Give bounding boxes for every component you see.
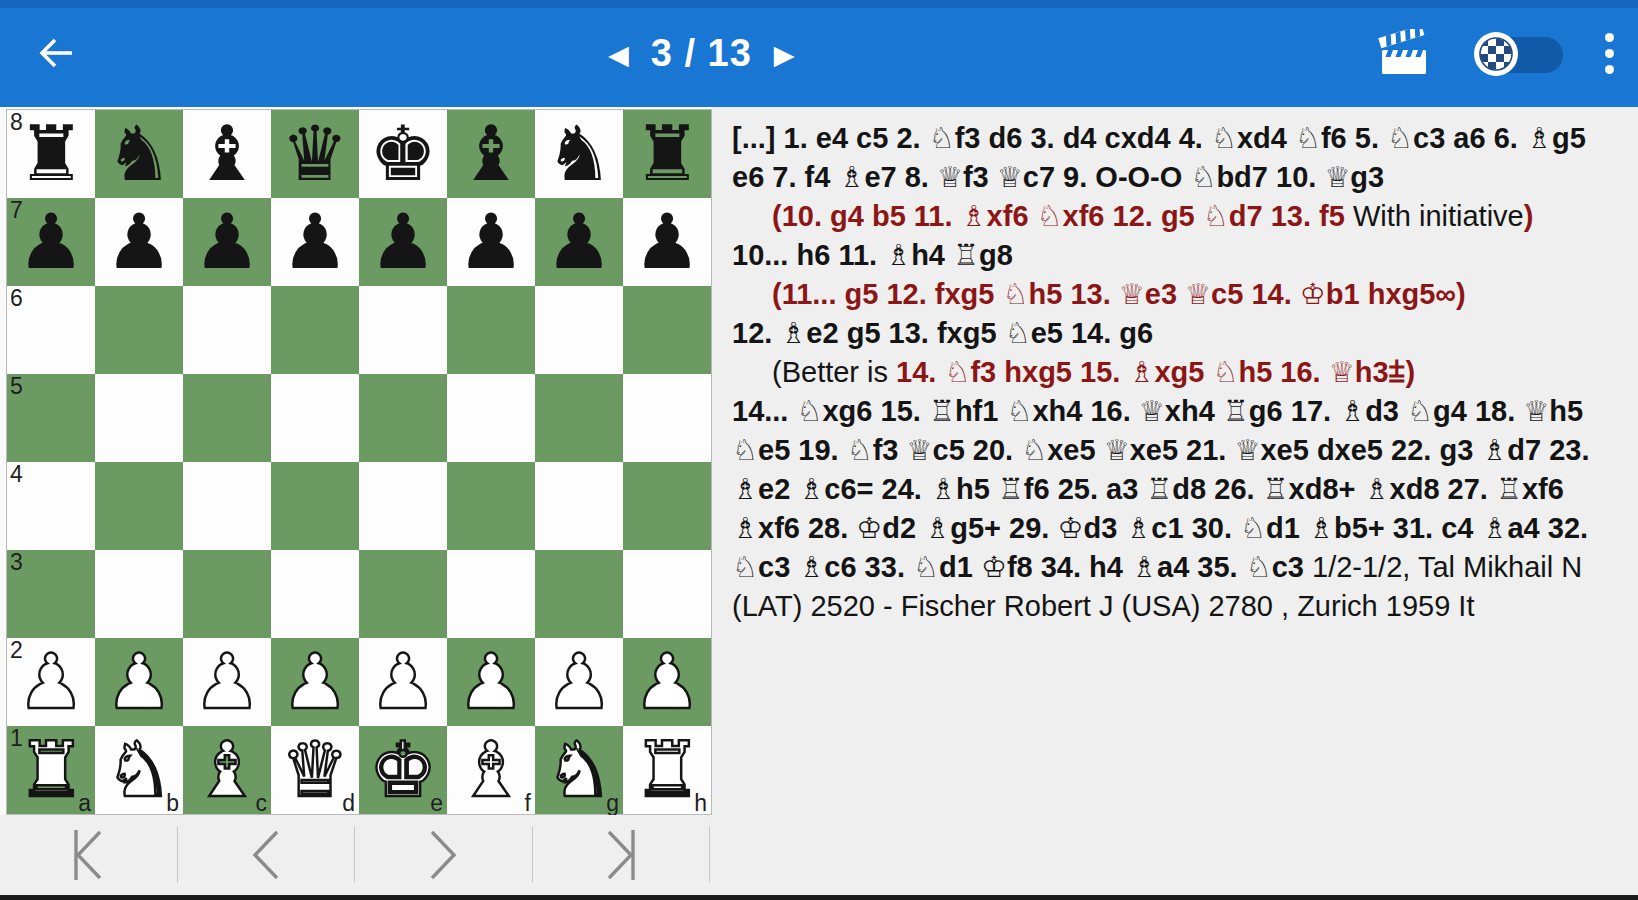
- black-pawn-f7: ♟: [447, 198, 535, 286]
- mainline-paragraph: 14... ♘xg6 15. ♖hf1 ♘xh4 16. ♕xh4 ♖g6 17…: [732, 392, 1622, 626]
- go-last-icon: [594, 827, 648, 883]
- square-g7[interactable]: ♟: [535, 198, 623, 286]
- square-f5[interactable]: [447, 374, 535, 462]
- square-a6[interactable]: 6: [7, 286, 95, 374]
- first-move-button[interactable]: [0, 815, 177, 895]
- square-c1[interactable]: ♝c: [183, 726, 271, 814]
- rank-label-2: 2: [10, 638, 23, 663]
- chess-board: ♜8♞♝♛♚♝♞♜♟7♟♟♟♟♟♟♟6543♟2♟♟♟♟♟♟♟♜1a♞b♝c♛d…: [6, 109, 712, 815]
- notation-segment[interactable]: [...] 1. e4 c5 2. ♘f3 d6 3. d4 cxd4 4. ♘…: [732, 122, 1586, 193]
- variation-paragraph: (10. g4 b5 11. ♗xf6 ♘xf6 12. g5 ♘d7 13. …: [732, 197, 1622, 236]
- position-counter: 3 / 13: [651, 32, 752, 75]
- square-e2[interactable]: ♟: [359, 638, 447, 726]
- black-pawn-g7: ♟: [535, 198, 623, 286]
- square-h4[interactable]: [623, 462, 711, 550]
- white-pawn-c2: ♟: [183, 638, 271, 726]
- black-pawn-b7: ♟: [95, 198, 183, 286]
- notation-segment[interactable]: (Better is: [772, 356, 896, 388]
- rank-label-1: 1: [10, 726, 23, 751]
- move-navigation-bar: [0, 815, 710, 895]
- square-e3[interactable]: [359, 550, 447, 638]
- square-b3[interactable]: [95, 550, 183, 638]
- square-h2[interactable]: ♟: [623, 638, 711, 726]
- rank-label-7: 7: [10, 198, 23, 223]
- file-label-g: g: [606, 791, 619, 816]
- square-b7[interactable]: ♟: [95, 198, 183, 286]
- notation-segment[interactable]: With initiative: [1353, 200, 1524, 232]
- square-h8[interactable]: ♜: [623, 110, 711, 198]
- file-label-f: f: [525, 791, 531, 816]
- notation-segment[interactable]: 10... h6 11. ♗h4 ♖g8: [732, 239, 1013, 271]
- animate-moves-button[interactable]: [1377, 29, 1433, 79]
- square-e5[interactable]: [359, 374, 447, 462]
- square-h7[interactable]: ♟: [623, 198, 711, 286]
- rank-label-5: 5: [10, 374, 23, 399]
- file-label-c: c: [256, 791, 268, 816]
- square-g6[interactable]: [535, 286, 623, 374]
- previous-move-button[interactable]: [178, 815, 355, 895]
- board-view-toggle[interactable]: [1473, 31, 1565, 77]
- pager-next-icon[interactable]: ▶: [774, 39, 795, 68]
- square-e7[interactable]: ♟: [359, 198, 447, 286]
- square-f3[interactable]: [447, 550, 535, 638]
- overflow-menu-button[interactable]: [1605, 33, 1614, 74]
- black-king-e8: ♚: [359, 110, 447, 198]
- square-a7[interactable]: ♟7: [7, 198, 95, 286]
- square-c7[interactable]: ♟: [183, 198, 271, 286]
- black-pawn-c7: ♟: [183, 198, 271, 286]
- go-previous-icon: [244, 827, 288, 883]
- next-move-button[interactable]: [355, 815, 532, 895]
- rank-label-3: 3: [10, 550, 23, 575]
- notation-segment[interactable]: 12. ♗e2 g5 13. fxg5 ♘e5 14. g6: [732, 317, 1153, 349]
- square-h5[interactable]: [623, 374, 711, 462]
- file-label-a: a: [78, 791, 91, 816]
- top-app-bar: ◀ 3 / 13 ▶: [0, 0, 1638, 107]
- rank-label-8: 8: [10, 110, 23, 135]
- square-a3[interactable]: 3: [7, 550, 95, 638]
- position-pager: ◀ 3 / 13 ▶: [608, 0, 795, 107]
- square-c6[interactable]: [183, 286, 271, 374]
- mainline-paragraph: 10... h6 11. ♗h4 ♖g8: [732, 236, 1622, 275]
- variation-paragraph: (Better is 14. ♘f3 hxg5 15. ♗xg5 ♘h5 16.…: [732, 353, 1622, 392]
- square-f7[interactable]: ♟: [447, 198, 535, 286]
- menu-dot: [1605, 49, 1614, 58]
- white-pawn-g2: ♟: [535, 638, 623, 726]
- black-knight-g8: ♞: [535, 110, 623, 198]
- square-f6[interactable]: [447, 286, 535, 374]
- square-d8[interactable]: ♛: [271, 110, 359, 198]
- white-pawn-f2: ♟: [447, 638, 535, 726]
- square-b5[interactable]: [95, 374, 183, 462]
- square-e4[interactable]: [359, 462, 447, 550]
- file-label-h: h: [694, 791, 707, 816]
- square-h3[interactable]: [623, 550, 711, 638]
- black-bishop-c8: ♝: [183, 110, 271, 198]
- file-label-e: e: [430, 791, 443, 816]
- black-knight-b8: ♞: [95, 110, 183, 198]
- square-a8[interactable]: ♜8: [7, 110, 95, 198]
- square-f2[interactable]: ♟: [447, 638, 535, 726]
- notation-segment[interactable]: 14. ♘f3 hxg5 15. ♗xg5 ♘h5 16. ♕h3⩲): [896, 356, 1415, 388]
- square-a1[interactable]: ♜1a: [7, 726, 95, 814]
- square-b6[interactable]: [95, 286, 183, 374]
- black-rook-h8: ♜: [623, 110, 711, 198]
- last-move-button[interactable]: [533, 815, 710, 895]
- menu-dot: [1605, 33, 1614, 42]
- rank-label-6: 6: [10, 286, 23, 311]
- notation-segment[interactable]: ): [1524, 200, 1534, 232]
- bottom-system-strip: [0, 895, 1638, 900]
- board-column: ♜8♞♝♛♚♝♞♜♟7♟♟♟♟♟♟♟6543♟2♟♟♟♟♟♟♟♜1a♞b♝c♛d…: [0, 107, 712, 817]
- square-c4[interactable]: [183, 462, 271, 550]
- game-notation-panel: [...] 1. e4 c5 2. ♘f3 d6 3. d4 cxd4 4. ♘…: [712, 107, 1638, 895]
- back-button[interactable]: [34, 30, 80, 76]
- square-a2[interactable]: ♟2: [7, 638, 95, 726]
- square-h1[interactable]: ♜h: [623, 726, 711, 814]
- go-next-icon: [421, 827, 465, 883]
- square-a5[interactable]: 5: [7, 374, 95, 462]
- square-d3[interactable]: [271, 550, 359, 638]
- square-g2[interactable]: ♟: [535, 638, 623, 726]
- white-bishop-f1: ♝: [447, 726, 535, 814]
- square-d2[interactable]: ♟: [271, 638, 359, 726]
- go-first-icon: [61, 827, 115, 883]
- square-f8[interactable]: ♝: [447, 110, 535, 198]
- square-d1[interactable]: ♛d: [271, 726, 359, 814]
- top-bar-actions: [1377, 0, 1614, 107]
- white-pawn-d2: ♟: [271, 638, 359, 726]
- file-label-b: b: [166, 791, 179, 816]
- square-g8[interactable]: ♞: [535, 110, 623, 198]
- square-c5[interactable]: [183, 374, 271, 462]
- square-g4[interactable]: [535, 462, 623, 550]
- square-f1[interactable]: ♝f: [447, 726, 535, 814]
- chess-logo-toggle-thumb: [1473, 31, 1519, 77]
- variation-paragraph: (11... g5 12. fxg5 ♘h5 13. ♕e3 ♕c5 14. ♔…: [732, 275, 1622, 314]
- notation-segment[interactable]: (10. g4 b5 11. ♗xf6 ♘xf6 12. g5 ♘d7 13. …: [772, 200, 1353, 232]
- square-d4[interactable]: [271, 462, 359, 550]
- black-pawn-e7: ♟: [359, 198, 447, 286]
- square-g1[interactable]: ♞g: [535, 726, 623, 814]
- square-b1[interactable]: ♞b: [95, 726, 183, 814]
- menu-dot: [1605, 65, 1614, 74]
- square-c3[interactable]: [183, 550, 271, 638]
- square-c8[interactable]: ♝: [183, 110, 271, 198]
- square-g5[interactable]: [535, 374, 623, 462]
- rank-label-4: 4: [10, 462, 23, 487]
- square-e8[interactable]: ♚: [359, 110, 447, 198]
- black-pawn-h7: ♟: [623, 198, 711, 286]
- nav-divider: [709, 827, 710, 883]
- square-b4[interactable]: [95, 462, 183, 550]
- pager-prev-icon[interactable]: ◀: [608, 39, 629, 68]
- square-b8[interactable]: ♞: [95, 110, 183, 198]
- mainline-paragraph: [...] 1. e4 c5 2. ♘f3 d6 3. d4 cxd4 4. ♘…: [732, 119, 1622, 197]
- white-pawn-b2: ♟: [95, 638, 183, 726]
- square-e6[interactable]: [359, 286, 447, 374]
- square-f4[interactable]: [447, 462, 535, 550]
- black-bishop-f8: ♝: [447, 110, 535, 198]
- white-pawn-h2: ♟: [623, 638, 711, 726]
- square-d7[interactable]: ♟: [271, 198, 359, 286]
- square-c2[interactable]: ♟: [183, 638, 271, 726]
- black-queen-d8: ♛: [271, 110, 359, 198]
- square-d6[interactable]: [271, 286, 359, 374]
- back-arrow-icon: [35, 32, 79, 74]
- square-b2[interactable]: ♟: [95, 638, 183, 726]
- file-label-d: d: [342, 791, 355, 816]
- square-e1[interactable]: ♚e: [359, 726, 447, 814]
- mainline-paragraph: 12. ♗e2 g5 13. fxg5 ♘e5 14. g6: [732, 314, 1622, 353]
- notation-segment[interactable]: (11... g5 12. fxg5 ♘h5 13. ♕e3 ♕c5 14. ♔…: [772, 278, 1466, 310]
- movie-clapperboard-icon: [1377, 29, 1433, 79]
- square-a4[interactable]: 4: [7, 462, 95, 550]
- square-h6[interactable]: [623, 286, 711, 374]
- square-d5[interactable]: [271, 374, 359, 462]
- white-pawn-e2: ♟: [359, 638, 447, 726]
- square-g3[interactable]: [535, 550, 623, 638]
- black-pawn-d7: ♟: [271, 198, 359, 286]
